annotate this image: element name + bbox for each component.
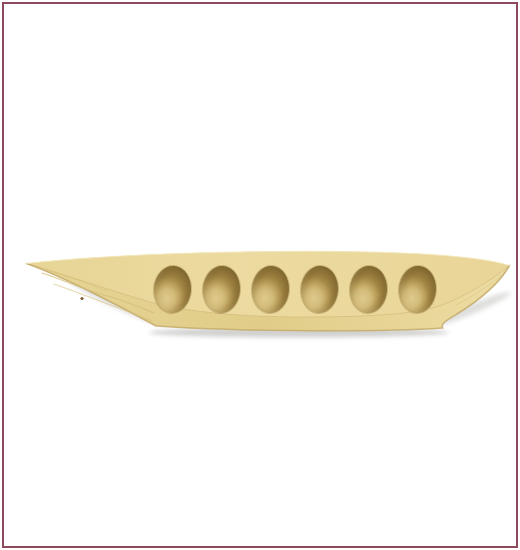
pit-6[interactable]: [397, 265, 437, 314]
product-photo: [4, 4, 516, 546]
pit-grid: [148, 265, 442, 314]
pit-4[interactable]: [299, 265, 339, 314]
pit-5[interactable]: [348, 265, 388, 314]
pit-2[interactable]: [201, 265, 241, 314]
wood-knot: [80, 297, 83, 300]
pit-1[interactable]: [152, 265, 192, 314]
photo-frame: [2, 2, 518, 548]
pit-3[interactable]: [250, 265, 290, 314]
mancala-board: [4, 4, 516, 546]
